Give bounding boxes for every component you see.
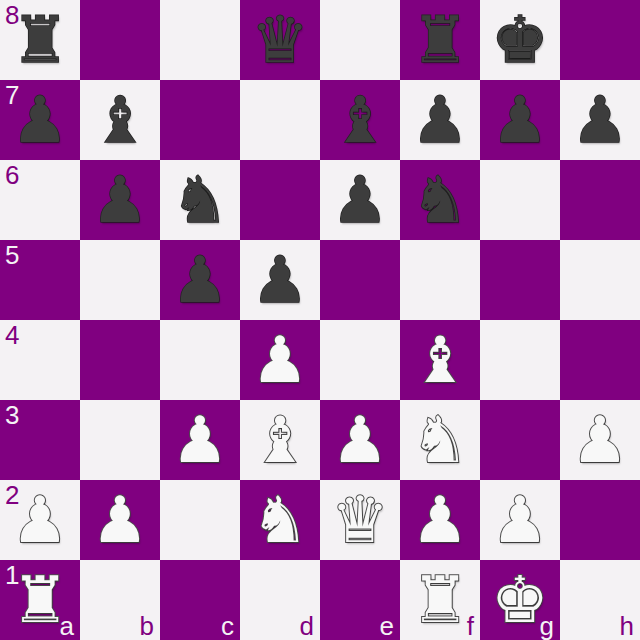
file-label-f: f <box>467 613 474 639</box>
square-e3[interactable]: ♟ <box>320 400 400 480</box>
file-label-b: b <box>140 613 154 639</box>
piece-black-rook[interactable]: ♜ <box>11 0 68 80</box>
square-f3[interactable]: ♞ <box>400 400 480 480</box>
chess-board: 8♜♛♜♚7♟♝♝♟♟♟6♟♞♟♞5♟♟4♟♝3♟♝♟♞♟2♟♟♞♛♟♟1a♜b… <box>0 0 640 640</box>
square-b8[interactable] <box>80 0 160 80</box>
piece-black-pawn[interactable]: ♟ <box>251 240 308 320</box>
piece-black-pawn[interactable]: ♟ <box>171 240 228 320</box>
square-a2[interactable]: 2♟ <box>0 480 80 560</box>
square-e4[interactable] <box>320 320 400 400</box>
square-e6[interactable]: ♟ <box>320 160 400 240</box>
file-label-a: a <box>60 613 74 639</box>
square-b2[interactable]: ♟ <box>80 480 160 560</box>
square-c4[interactable] <box>160 320 240 400</box>
file-label-c: c <box>221 613 234 639</box>
square-e2[interactable]: ♛ <box>320 480 400 560</box>
square-h6[interactable] <box>560 160 640 240</box>
square-a7[interactable]: 7♟ <box>0 80 80 160</box>
piece-white-queen[interactable]: ♛ <box>331 480 388 560</box>
rank-label-4: 4 <box>5 322 19 348</box>
piece-white-pawn[interactable]: ♟ <box>491 480 548 560</box>
piece-black-knight[interactable]: ♞ <box>171 160 228 240</box>
square-g1[interactable]: g♚ <box>480 560 560 640</box>
piece-white-bishop[interactable]: ♝ <box>411 320 468 400</box>
file-label-g: g <box>540 613 554 639</box>
square-a1[interactable]: 1a♜ <box>0 560 80 640</box>
square-f1[interactable]: f♜ <box>400 560 480 640</box>
piece-white-pawn[interactable]: ♟ <box>571 400 628 480</box>
square-c6[interactable]: ♞ <box>160 160 240 240</box>
piece-black-king[interactable]: ♚ <box>491 0 548 80</box>
piece-black-pawn[interactable]: ♟ <box>411 80 468 160</box>
square-d4[interactable]: ♟ <box>240 320 320 400</box>
square-d1[interactable]: d <box>240 560 320 640</box>
square-f7[interactable]: ♟ <box>400 80 480 160</box>
square-h4[interactable] <box>560 320 640 400</box>
square-c3[interactable]: ♟ <box>160 400 240 480</box>
square-a4[interactable]: 4 <box>0 320 80 400</box>
square-e1[interactable]: e <box>320 560 400 640</box>
piece-black-bishop[interactable]: ♝ <box>91 80 148 160</box>
square-a6[interactable]: 6 <box>0 160 80 240</box>
square-d7[interactable] <box>240 80 320 160</box>
square-e5[interactable] <box>320 240 400 320</box>
square-d3[interactable]: ♝ <box>240 400 320 480</box>
piece-black-rook[interactable]: ♜ <box>411 0 468 80</box>
piece-black-knight[interactable]: ♞ <box>411 160 468 240</box>
piece-white-knight[interactable]: ♞ <box>411 400 468 480</box>
piece-black-queen[interactable]: ♛ <box>251 0 308 80</box>
square-e7[interactable]: ♝ <box>320 80 400 160</box>
square-g7[interactable]: ♟ <box>480 80 560 160</box>
square-g8[interactable]: ♚ <box>480 0 560 80</box>
square-g5[interactable] <box>480 240 560 320</box>
rank-label-1: 1 <box>5 562 19 588</box>
piece-white-pawn[interactable]: ♟ <box>11 480 68 560</box>
square-h5[interactable] <box>560 240 640 320</box>
piece-white-pawn[interactable]: ♟ <box>251 320 308 400</box>
square-g4[interactable] <box>480 320 560 400</box>
square-h2[interactable] <box>560 480 640 560</box>
square-c7[interactable] <box>160 80 240 160</box>
file-label-d: d <box>300 613 314 639</box>
piece-white-pawn[interactable]: ♟ <box>171 400 228 480</box>
piece-black-pawn[interactable]: ♟ <box>571 80 628 160</box>
piece-black-pawn[interactable]: ♟ <box>331 160 388 240</box>
square-h1[interactable]: h <box>560 560 640 640</box>
piece-black-bishop[interactable]: ♝ <box>331 80 388 160</box>
square-b5[interactable] <box>80 240 160 320</box>
piece-white-pawn[interactable]: ♟ <box>411 480 468 560</box>
square-c2[interactable] <box>160 480 240 560</box>
square-b3[interactable] <box>80 400 160 480</box>
square-f2[interactable]: ♟ <box>400 480 480 560</box>
piece-white-pawn[interactable]: ♟ <box>331 400 388 480</box>
rank-label-8: 8 <box>5 2 19 28</box>
file-label-h: h <box>620 613 634 639</box>
rank-label-2: 2 <box>5 482 19 508</box>
rank-label-7: 7 <box>5 82 19 108</box>
square-g2[interactable]: ♟ <box>480 480 560 560</box>
square-f5[interactable] <box>400 240 480 320</box>
square-c8[interactable] <box>160 0 240 80</box>
square-b4[interactable] <box>80 320 160 400</box>
rank-label-3: 3 <box>5 402 19 428</box>
square-e8[interactable] <box>320 0 400 80</box>
rank-label-6: 6 <box>5 162 19 188</box>
piece-white-knight[interactable]: ♞ <box>251 480 308 560</box>
square-c5[interactable]: ♟ <box>160 240 240 320</box>
square-f8[interactable]: ♜ <box>400 0 480 80</box>
file-label-e: e <box>380 613 394 639</box>
piece-black-pawn[interactable]: ♟ <box>91 160 148 240</box>
square-h7[interactable]: ♟ <box>560 80 640 160</box>
square-d5[interactable]: ♟ <box>240 240 320 320</box>
square-g6[interactable] <box>480 160 560 240</box>
rank-label-5: 5 <box>5 242 19 268</box>
piece-white-bishop[interactable]: ♝ <box>251 400 308 480</box>
square-d6[interactable] <box>240 160 320 240</box>
square-f4[interactable]: ♝ <box>400 320 480 400</box>
square-h3[interactable]: ♟ <box>560 400 640 480</box>
square-g3[interactable] <box>480 400 560 480</box>
piece-black-pawn[interactable]: ♟ <box>491 80 548 160</box>
square-a5[interactable]: 5 <box>0 240 80 320</box>
square-b6[interactable]: ♟ <box>80 160 160 240</box>
square-a8[interactable]: 8♜ <box>0 0 80 80</box>
piece-black-pawn[interactable]: ♟ <box>11 80 68 160</box>
square-a3[interactable]: 3 <box>0 400 80 480</box>
square-b7[interactable]: ♝ <box>80 80 160 160</box>
square-b1[interactable]: b <box>80 560 160 640</box>
square-c1[interactable]: c <box>160 560 240 640</box>
piece-white-pawn[interactable]: ♟ <box>91 480 148 560</box>
piece-white-rook[interactable]: ♜ <box>411 560 468 640</box>
square-d8[interactable]: ♛ <box>240 0 320 80</box>
square-f6[interactable]: ♞ <box>400 160 480 240</box>
square-d2[interactable]: ♞ <box>240 480 320 560</box>
square-h8[interactable] <box>560 0 640 80</box>
